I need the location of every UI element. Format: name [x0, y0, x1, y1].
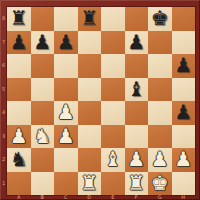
rank-label-1: 1	[0, 172, 7, 196]
square-d1[interactable]: ♜	[78, 172, 102, 196]
square-h6[interactable]: ♟	[172, 54, 196, 78]
board-grid: ♜♜♚♟♟♟♟♟♝♟♟♟♞♟♞♝♟♟♟♜♜♚	[7, 7, 195, 195]
square-f5[interactable]: ♝	[125, 78, 149, 102]
white-pawn-piece[interactable]: ♟	[54, 101, 78, 125]
black-pawn-piece[interactable]: ♟	[31, 31, 55, 55]
square-a8[interactable]: ♜	[7, 7, 31, 31]
chess-board: ♜♜♚♟♟♟♟♟♝♟♟♟♞♟♞♝♟♟♟♜♜♚ 87654321ABCDEFGH	[0, 0, 200, 200]
square-g7[interactable]	[148, 31, 172, 55]
square-g4[interactable]	[148, 101, 172, 125]
square-b3[interactable]: ♞	[31, 125, 55, 149]
square-c5[interactable]	[54, 78, 78, 102]
square-h3[interactable]	[172, 125, 196, 149]
square-d5[interactable]	[78, 78, 102, 102]
square-a2[interactable]: ♞	[7, 148, 31, 172]
black-king-piece[interactable]: ♚	[148, 7, 172, 31]
square-g3[interactable]	[148, 125, 172, 149]
square-f3[interactable]	[125, 125, 149, 149]
square-h8[interactable]	[172, 7, 196, 31]
square-h2[interactable]: ♟	[172, 148, 196, 172]
square-e3[interactable]	[101, 125, 125, 149]
rank-label-5: 5	[0, 78, 7, 102]
square-g6[interactable]	[148, 54, 172, 78]
square-d3[interactable]	[78, 125, 102, 149]
black-pawn-piece[interactable]: ♟	[7, 31, 31, 55]
square-e6[interactable]	[101, 54, 125, 78]
file-label-d: D	[78, 194, 102, 200]
square-h1[interactable]	[172, 172, 196, 196]
white-rook-piece[interactable]: ♜	[78, 172, 102, 196]
white-pawn-piece[interactable]: ♟	[125, 148, 149, 172]
square-e7[interactable]	[101, 31, 125, 55]
square-e2[interactable]: ♝	[101, 148, 125, 172]
file-label-a: A	[7, 194, 31, 200]
rank-label-2: 2	[0, 148, 7, 172]
square-b4[interactable]	[31, 101, 55, 125]
square-f2[interactable]: ♟	[125, 148, 149, 172]
square-e5[interactable]	[101, 78, 125, 102]
file-label-h: H	[172, 194, 196, 200]
white-knight-piece[interactable]: ♞	[31, 125, 55, 149]
square-c6[interactable]	[54, 54, 78, 78]
white-pawn-piece[interactable]: ♟	[7, 125, 31, 149]
square-f8[interactable]	[125, 7, 149, 31]
square-c4[interactable]: ♟	[54, 101, 78, 125]
square-d7[interactable]	[78, 31, 102, 55]
white-king-piece[interactable]: ♚	[148, 172, 172, 196]
square-a7[interactable]: ♟	[7, 31, 31, 55]
square-b8[interactable]	[31, 7, 55, 31]
square-d6[interactable]	[78, 54, 102, 78]
black-pawn-piece[interactable]: ♟	[125, 31, 149, 55]
square-d4[interactable]	[78, 101, 102, 125]
file-label-e: E	[101, 194, 125, 200]
square-a5[interactable]	[7, 78, 31, 102]
file-label-c: C	[54, 194, 78, 200]
square-e4[interactable]	[101, 101, 125, 125]
file-label-b: B	[31, 194, 55, 200]
black-rook-piece[interactable]: ♜	[7, 7, 31, 31]
white-pawn-piece[interactable]: ♟	[54, 125, 78, 149]
square-c2[interactable]	[54, 148, 78, 172]
square-c3[interactable]: ♟	[54, 125, 78, 149]
square-b5[interactable]	[31, 78, 55, 102]
square-e8[interactable]	[101, 7, 125, 31]
square-a4[interactable]	[7, 101, 31, 125]
square-h4[interactable]: ♟	[172, 101, 196, 125]
square-c7[interactable]: ♟	[54, 31, 78, 55]
rank-label-6: 6	[0, 54, 7, 78]
rank-label-8: 8	[0, 7, 7, 31]
rank-label-4: 4	[0, 101, 7, 125]
black-pawn-piece[interactable]: ♟	[172, 101, 196, 125]
square-a6[interactable]	[7, 54, 31, 78]
square-d8[interactable]: ♜	[78, 7, 102, 31]
white-pawn-piece[interactable]: ♟	[148, 148, 172, 172]
white-rook-piece[interactable]: ♜	[125, 172, 149, 196]
square-c1[interactable]	[54, 172, 78, 196]
square-c8[interactable]	[54, 7, 78, 31]
black-pawn-piece[interactable]: ♟	[54, 31, 78, 55]
white-pawn-piece[interactable]: ♟	[172, 148, 196, 172]
black-rook-piece[interactable]: ♜	[78, 7, 102, 31]
square-a3[interactable]: ♟	[7, 125, 31, 149]
file-label-g: G	[148, 194, 172, 200]
square-d2[interactable]	[78, 148, 102, 172]
square-f6[interactable]	[125, 54, 149, 78]
black-knight-piece[interactable]: ♞	[7, 148, 31, 172]
black-pawn-piece[interactable]: ♟	[172, 54, 196, 78]
square-f1[interactable]: ♜	[125, 172, 149, 196]
square-f7[interactable]: ♟	[125, 31, 149, 55]
file-label-f: F	[125, 194, 149, 200]
square-a1[interactable]	[7, 172, 31, 196]
square-g2[interactable]: ♟	[148, 148, 172, 172]
rank-label-3: 3	[0, 125, 7, 149]
black-bishop-piece[interactable]: ♝	[125, 78, 149, 102]
square-g1[interactable]: ♚	[148, 172, 172, 196]
square-b2[interactable]	[31, 148, 55, 172]
square-f4[interactable]	[125, 101, 149, 125]
square-e1[interactable]	[101, 172, 125, 196]
square-b1[interactable]	[31, 172, 55, 196]
square-b6[interactable]	[31, 54, 55, 78]
square-h7[interactable]	[172, 31, 196, 55]
square-h5[interactable]	[172, 78, 196, 102]
rank-label-7: 7	[0, 31, 7, 55]
white-bishop-piece[interactable]: ♝	[101, 148, 125, 172]
square-g5[interactable]	[148, 78, 172, 102]
square-b7[interactable]: ♟	[31, 31, 55, 55]
square-g8[interactable]: ♚	[148, 7, 172, 31]
